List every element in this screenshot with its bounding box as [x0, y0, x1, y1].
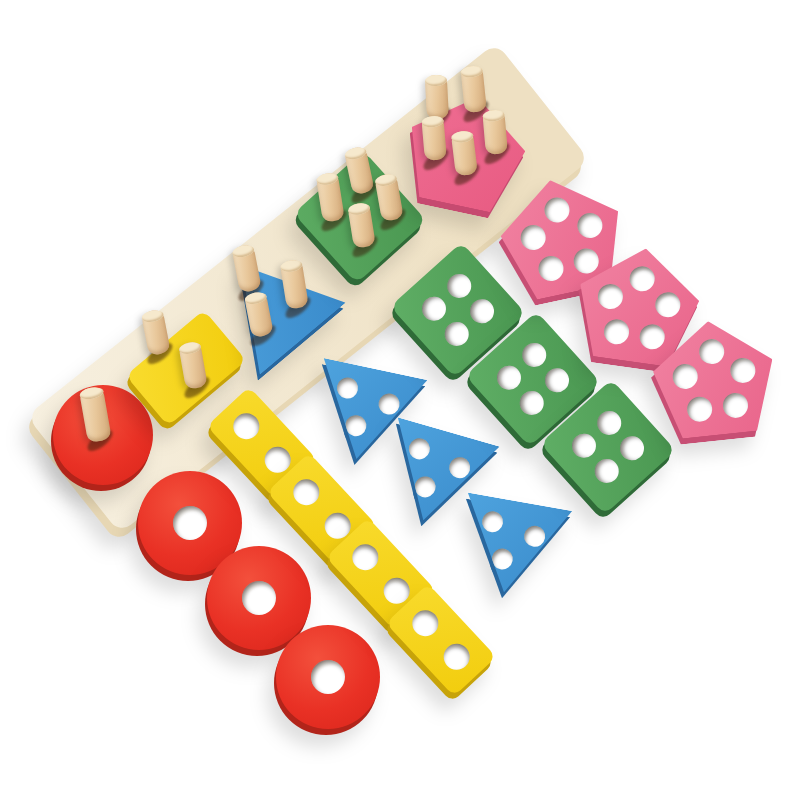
peg-hole	[465, 294, 499, 328]
wooden-peg	[425, 116, 447, 160]
peg-hole	[228, 408, 265, 445]
wooden-peg-body	[425, 74, 449, 119]
wooden-peg-body	[421, 115, 447, 161]
wooden-peg-body	[460, 65, 487, 113]
wooden-peg	[323, 173, 345, 221]
peg-hole	[335, 375, 360, 400]
peg-hole	[242, 581, 276, 615]
peg-hole	[628, 264, 656, 292]
peg-hole	[522, 524, 546, 548]
peg-hole	[685, 395, 712, 422]
peg-hole	[515, 386, 549, 420]
peg-hole	[615, 431, 649, 465]
peg-hole	[311, 660, 345, 694]
wooden-peg-body	[451, 130, 478, 176]
peg-hole	[407, 605, 444, 642]
wooden-peg	[287, 260, 309, 308]
wooden-peg	[240, 245, 262, 291]
loose-blue-triangle-3	[459, 501, 565, 593]
peg-hole	[406, 435, 432, 461]
peg-hole	[440, 317, 474, 351]
peg-hole	[567, 429, 601, 463]
wooden-peg	[252, 292, 274, 336]
peg-hole	[376, 391, 401, 416]
peg-hole	[347, 539, 384, 576]
peg-hole	[288, 474, 325, 511]
wooden-peg-body	[482, 109, 508, 155]
wooden-peg	[88, 387, 112, 441]
peg-hole	[518, 222, 548, 252]
scene	[0, 0, 800, 800]
peg-hole	[417, 292, 451, 326]
loose-yellow-rect-4	[391, 611, 491, 669]
peg-hole	[540, 363, 574, 397]
peg-hole	[596, 282, 624, 310]
peg-hole	[671, 362, 698, 389]
peg-hole	[490, 546, 514, 570]
peg-hole	[721, 391, 748, 418]
loose-pink-pentagon-3-face	[648, 315, 779, 441]
wooden-peg	[186, 342, 208, 388]
peg-hole	[590, 454, 624, 488]
wooden-peg	[354, 203, 376, 247]
peg-hole	[517, 338, 551, 372]
wooden-peg	[149, 310, 171, 354]
wooden-peg	[382, 174, 404, 220]
wooden-peg	[456, 131, 478, 175]
loose-pink-pentagon-3	[654, 321, 774, 435]
peg-hole	[542, 195, 572, 225]
peg-hole	[575, 210, 605, 240]
peg-hole	[697, 337, 724, 364]
loose-red-disc-3-face	[276, 625, 380, 729]
peg-hole	[592, 406, 626, 440]
peg-hole	[442, 269, 476, 303]
peg-hole	[173, 506, 207, 540]
peg-hole	[492, 361, 526, 395]
wooden-peg	[353, 147, 375, 193]
peg-hole	[343, 413, 368, 438]
peg-hole	[446, 454, 472, 480]
peg-hole	[438, 638, 475, 675]
peg-hole	[480, 509, 504, 533]
wooden-peg	[427, 75, 449, 119]
peg-hole	[536, 253, 566, 283]
wooden-peg	[465, 66, 487, 112]
peg-hole	[412, 473, 438, 499]
loose-red-disc-3	[276, 625, 380, 729]
peg-hole	[602, 317, 630, 345]
loose-blue-triangle-3-face	[452, 492, 572, 601]
loose-green-square-3	[560, 399, 656, 495]
wooden-peg	[486, 110, 508, 154]
peg-hole	[729, 356, 756, 383]
peg-hole	[653, 290, 681, 318]
